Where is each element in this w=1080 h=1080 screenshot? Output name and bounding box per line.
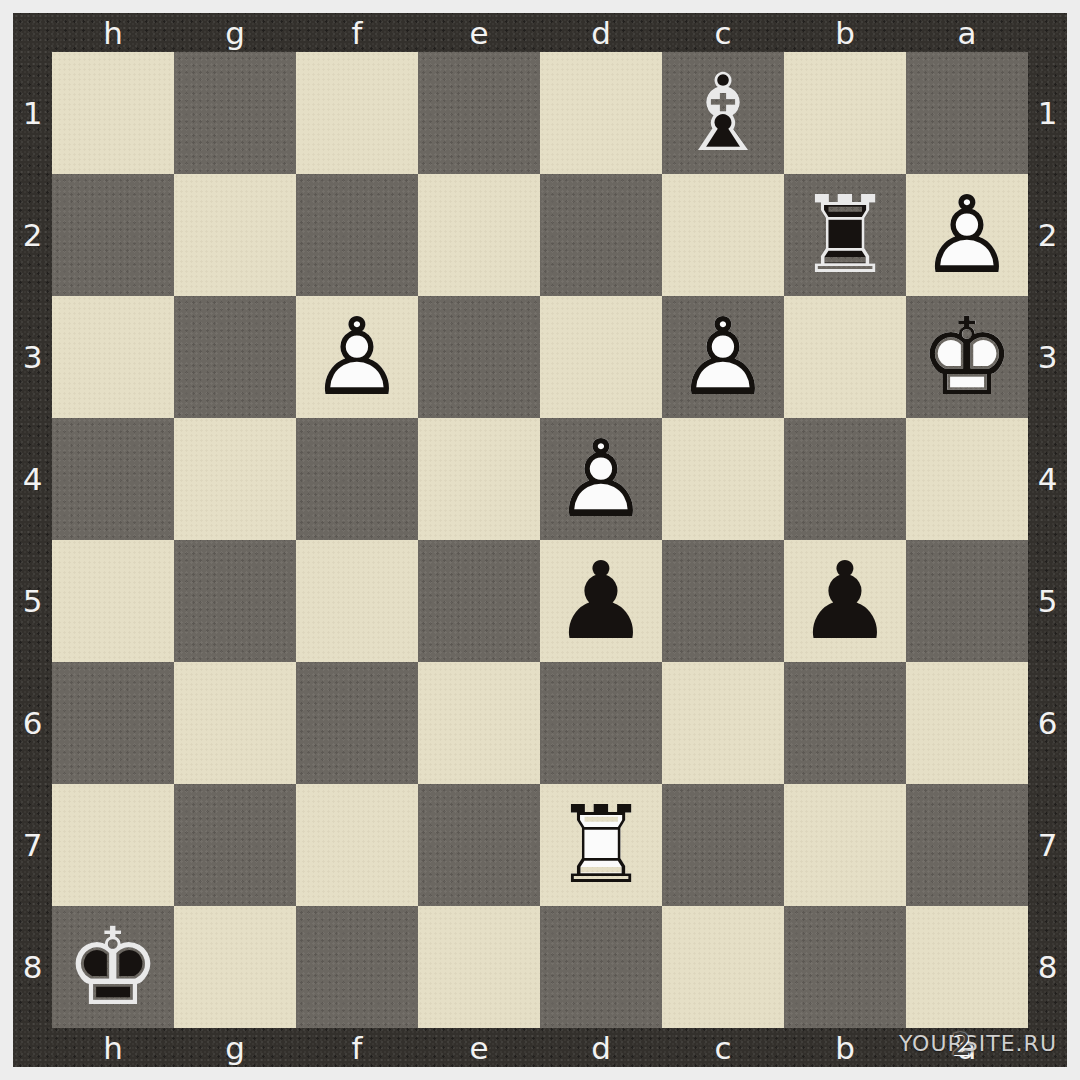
square-f3: ♟♙: [296, 296, 418, 418]
file-label-g: g: [174, 1028, 296, 1067]
square-h4: [52, 418, 174, 540]
black-pawn-fill: ♟: [784, 540, 906, 662]
square-f2: [296, 174, 418, 296]
white-pawn-icon: ♟♙: [662, 296, 784, 418]
square-c3: ♟♙: [662, 296, 784, 418]
square-d8: [540, 906, 662, 1028]
black-bishop-icon: ♝♗: [662, 52, 784, 174]
rank-label-2: 2: [13, 174, 52, 296]
square-f5: [296, 540, 418, 662]
file-label-b: b: [784, 13, 906, 52]
file-labels-bottom: hgfedcba: [52, 1028, 1028, 1067]
rank-label-7: 7: [13, 784, 52, 906]
rank-label-3: 3: [13, 296, 52, 418]
square-c6: [662, 662, 784, 784]
square-h6: [52, 662, 174, 784]
square-d6: [540, 662, 662, 784]
square-g1: [174, 52, 296, 174]
black-pawn-fill: ♟: [540, 540, 662, 662]
rank-label-4: 4: [13, 418, 52, 540]
rank-label-8: 8: [1028, 906, 1067, 1028]
black-king-outline: ♔: [52, 906, 174, 1028]
square-h1: [52, 52, 174, 174]
square-a6: [906, 662, 1028, 784]
file-label-a: a: [906, 13, 1028, 52]
square-b2: ♜♖: [784, 174, 906, 296]
square-a2: ♟♙: [906, 174, 1028, 296]
rank-label-1: 1: [1028, 52, 1067, 174]
square-g6: [174, 662, 296, 784]
white-pawn-outline: ♙: [662, 296, 784, 418]
rank-label-8: 8: [13, 906, 52, 1028]
square-b4: [784, 418, 906, 540]
black-bishop-outline: ♗: [662, 52, 784, 174]
square-b3: [784, 296, 906, 418]
chessboard-diagram: hgfedcba hgfedcba 12345678 12345678 ♝♗♜♖…: [0, 0, 1080, 1080]
watermark-text: YOURSITE.RU: [899, 1031, 1057, 1056]
square-f1: [296, 52, 418, 174]
rank-labels-left: 12345678: [13, 52, 52, 1028]
rank-label-5: 5: [13, 540, 52, 662]
square-c7: [662, 784, 784, 906]
square-c5: [662, 540, 784, 662]
file-label-g: g: [174, 13, 296, 52]
square-d4: ♟♙: [540, 418, 662, 540]
board-frame: hgfedcba hgfedcba 12345678 12345678 ♝♗♜♖…: [13, 13, 1067, 1067]
file-label-f: f: [296, 1028, 418, 1067]
file-label-e: e: [418, 13, 540, 52]
square-g4: [174, 418, 296, 540]
square-a3: ♚♔: [906, 296, 1028, 418]
watermark: YOURSITE.RU 2: [899, 1031, 1057, 1061]
square-g5: [174, 540, 296, 662]
square-h8: ♚♔: [52, 906, 174, 1028]
square-c1: ♝♗: [662, 52, 784, 174]
square-b7: [784, 784, 906, 906]
square-b5: ♟: [784, 540, 906, 662]
square-f6: [296, 662, 418, 784]
white-pawn-icon: ♟♙: [906, 174, 1028, 296]
white-pawn-outline: ♙: [296, 296, 418, 418]
square-b6: [784, 662, 906, 784]
square-e1: [418, 52, 540, 174]
rank-label-6: 6: [1028, 662, 1067, 784]
square-e7: [418, 784, 540, 906]
white-rook-outline: ♖: [540, 784, 662, 906]
white-pawn-icon: ♟♙: [540, 418, 662, 540]
square-f4: [296, 418, 418, 540]
rank-label-5: 5: [1028, 540, 1067, 662]
file-label-e: e: [418, 1028, 540, 1067]
square-b1: [784, 52, 906, 174]
square-c4: [662, 418, 784, 540]
square-h5: [52, 540, 174, 662]
square-d2: [540, 174, 662, 296]
rank-label-1: 1: [13, 52, 52, 174]
rank-label-2: 2: [1028, 174, 1067, 296]
square-e5: [418, 540, 540, 662]
square-a5: [906, 540, 1028, 662]
square-d5: ♟: [540, 540, 662, 662]
white-king-outline: ♔: [906, 296, 1028, 418]
black-rook-icon: ♜♖: [784, 174, 906, 296]
square-a1: [906, 52, 1028, 174]
black-king-icon: ♚♔: [52, 906, 174, 1028]
watermark-overlay: 2: [951, 1025, 972, 1063]
white-pawn-outline: ♙: [540, 418, 662, 540]
rank-label-6: 6: [13, 662, 52, 784]
file-labels-top: hgfedcba: [52, 13, 1028, 52]
square-e4: [418, 418, 540, 540]
file-label-f: f: [296, 13, 418, 52]
square-g7: [174, 784, 296, 906]
rank-label-7: 7: [1028, 784, 1067, 906]
square-c2: [662, 174, 784, 296]
square-a8: [906, 906, 1028, 1028]
file-label-c: c: [662, 13, 784, 52]
square-e8: [418, 906, 540, 1028]
square-g8: [174, 906, 296, 1028]
black-pawn-icon: ♟: [784, 540, 906, 662]
square-b8: [784, 906, 906, 1028]
square-e3: [418, 296, 540, 418]
black-rook-outline: ♖: [784, 174, 906, 296]
rank-label-4: 4: [1028, 418, 1067, 540]
square-e6: [418, 662, 540, 784]
rank-labels-right: 12345678: [1028, 52, 1067, 1028]
black-pawn-icon: ♟: [540, 540, 662, 662]
white-pawn-outline: ♙: [906, 174, 1028, 296]
white-rook-icon: ♜♖: [540, 784, 662, 906]
file-label-d: d: [540, 13, 662, 52]
board: ♝♗♜♖♟♙♟♙♟♙♚♔♟♙♟♟♜♖♚♔: [52, 52, 1028, 1028]
square-c8: [662, 906, 784, 1028]
white-pawn-icon: ♟♙: [296, 296, 418, 418]
square-d7: ♜♖: [540, 784, 662, 906]
square-d1: [540, 52, 662, 174]
square-h7: [52, 784, 174, 906]
square-g2: [174, 174, 296, 296]
square-h3: [52, 296, 174, 418]
file-label-d: d: [540, 1028, 662, 1067]
square-a7: [906, 784, 1028, 906]
square-h2: [52, 174, 174, 296]
square-f7: [296, 784, 418, 906]
file-label-h: h: [52, 13, 174, 52]
square-e2: [418, 174, 540, 296]
square-g3: [174, 296, 296, 418]
square-a4: [906, 418, 1028, 540]
square-d3: [540, 296, 662, 418]
file-label-c: c: [662, 1028, 784, 1067]
white-king-icon: ♚♔: [906, 296, 1028, 418]
rank-label-3: 3: [1028, 296, 1067, 418]
file-label-b: b: [784, 1028, 906, 1067]
file-label-h: h: [52, 1028, 174, 1067]
square-f8: [296, 906, 418, 1028]
